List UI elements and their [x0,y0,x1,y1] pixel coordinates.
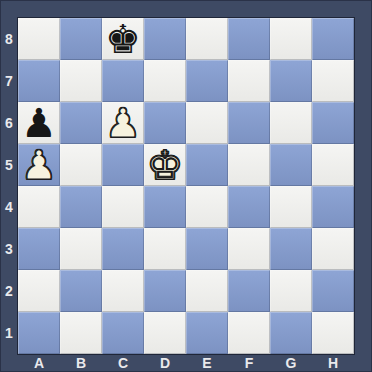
square-a4[interactable] [18,186,60,228]
square-h8[interactable] [312,18,354,60]
square-e4[interactable] [186,186,228,228]
square-g7[interactable] [270,60,312,102]
square-c2[interactable] [102,270,144,312]
square-c3[interactable] [102,228,144,270]
rank-label-5: 5 [0,144,18,186]
square-b3[interactable] [60,228,102,270]
board: ♚♟♟♟♚ [18,18,354,354]
square-g4[interactable] [270,186,312,228]
square-f6[interactable] [228,102,270,144]
rank-label-8: 8 [0,18,18,60]
square-h7[interactable] [312,60,354,102]
square-g6[interactable] [270,102,312,144]
square-f7[interactable] [228,60,270,102]
square-h5[interactable] [312,144,354,186]
file-label-a: A [18,354,60,372]
square-d5[interactable]: ♚ [144,144,186,186]
square-e2[interactable] [186,270,228,312]
file-label-f: F [228,354,270,372]
file-label-h: H [312,354,354,372]
square-g1[interactable] [270,312,312,354]
square-h3[interactable] [312,228,354,270]
square-e7[interactable] [186,60,228,102]
square-f5[interactable] [228,144,270,186]
square-c6[interactable]: ♟ [102,102,144,144]
square-a7[interactable] [18,60,60,102]
square-g3[interactable] [270,228,312,270]
rank-label-2: 2 [0,270,18,312]
file-labels: ABCDEFGH [18,354,354,372]
square-c7[interactable] [102,60,144,102]
square-a5[interactable]: ♟ [18,144,60,186]
square-h1[interactable] [312,312,354,354]
square-g5[interactable] [270,144,312,186]
square-a8[interactable] [18,18,60,60]
file-label-c: C [102,354,144,372]
square-b6[interactable] [60,102,102,144]
square-h6[interactable] [312,102,354,144]
square-d1[interactable] [144,312,186,354]
square-d8[interactable] [144,18,186,60]
square-f2[interactable] [228,270,270,312]
file-label-g: G [270,354,312,372]
square-b8[interactable] [60,18,102,60]
square-b5[interactable] [60,144,102,186]
rank-label-7: 7 [0,60,18,102]
square-b2[interactable] [60,270,102,312]
chess-diagram: 87654321 ♚♟♟♟♚ ABCDEFGH [0,0,372,372]
piece-black-pawn[interactable]: ♟ [21,103,57,143]
square-c1[interactable] [102,312,144,354]
square-d4[interactable] [144,186,186,228]
square-d2[interactable] [144,270,186,312]
square-e1[interactable] [186,312,228,354]
square-d3[interactable] [144,228,186,270]
piece-white-pawn[interactable]: ♟ [105,103,141,143]
square-c8[interactable]: ♚ [102,18,144,60]
square-e3[interactable] [186,228,228,270]
square-h2[interactable] [312,270,354,312]
rank-label-1: 1 [0,312,18,354]
rank-label-4: 4 [0,186,18,228]
square-a1[interactable] [18,312,60,354]
rank-label-6: 6 [0,102,18,144]
square-a6[interactable]: ♟ [18,102,60,144]
rank-label-3: 3 [0,228,18,270]
square-b1[interactable] [60,312,102,354]
square-d6[interactable] [144,102,186,144]
square-b7[interactable] [60,60,102,102]
piece-black-king[interactable]: ♚ [105,19,141,59]
square-g2[interactable] [270,270,312,312]
file-label-e: E [186,354,228,372]
piece-white-pawn[interactable]: ♟ [21,145,57,185]
file-label-b: B [60,354,102,372]
square-e8[interactable] [186,18,228,60]
square-a3[interactable] [18,228,60,270]
square-a2[interactable] [18,270,60,312]
piece-white-king[interactable]: ♚ [147,145,183,185]
square-f4[interactable] [228,186,270,228]
square-b4[interactable] [60,186,102,228]
square-e5[interactable] [186,144,228,186]
square-e6[interactable] [186,102,228,144]
square-c5[interactable] [102,144,144,186]
square-f8[interactable] [228,18,270,60]
square-f3[interactable] [228,228,270,270]
rank-labels: 87654321 [0,18,18,354]
square-g8[interactable] [270,18,312,60]
square-c4[interactable] [102,186,144,228]
file-label-d: D [144,354,186,372]
square-d7[interactable] [144,60,186,102]
square-h4[interactable] [312,186,354,228]
square-f1[interactable] [228,312,270,354]
